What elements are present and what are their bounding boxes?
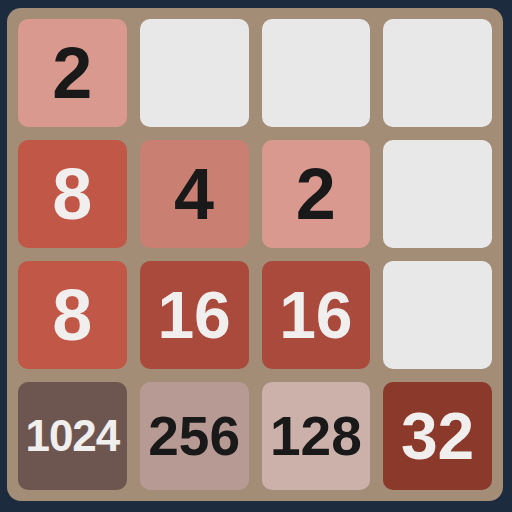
empty-cell-r2c3 bbox=[383, 261, 492, 369]
tile-8: 8 bbox=[18, 261, 127, 369]
empty-cell-r0c2 bbox=[262, 19, 371, 127]
tile-128: 128 bbox=[262, 382, 371, 490]
tile-2: 2 bbox=[262, 140, 371, 248]
tile-2: 2 bbox=[18, 19, 127, 127]
tile-16: 16 bbox=[140, 261, 249, 369]
tile-256: 256 bbox=[140, 382, 249, 490]
tile-8: 8 bbox=[18, 140, 127, 248]
empty-cell-r1c3 bbox=[383, 140, 492, 248]
game-board-2048[interactable]: 284281616102425612832 bbox=[7, 8, 503, 501]
empty-cell-r0c1 bbox=[140, 19, 249, 127]
tile-1024: 1024 bbox=[18, 382, 127, 490]
tile-4: 4 bbox=[140, 140, 249, 248]
tile-32: 32 bbox=[383, 382, 492, 490]
empty-cell-r0c3 bbox=[383, 19, 492, 127]
tile-16: 16 bbox=[262, 261, 371, 369]
